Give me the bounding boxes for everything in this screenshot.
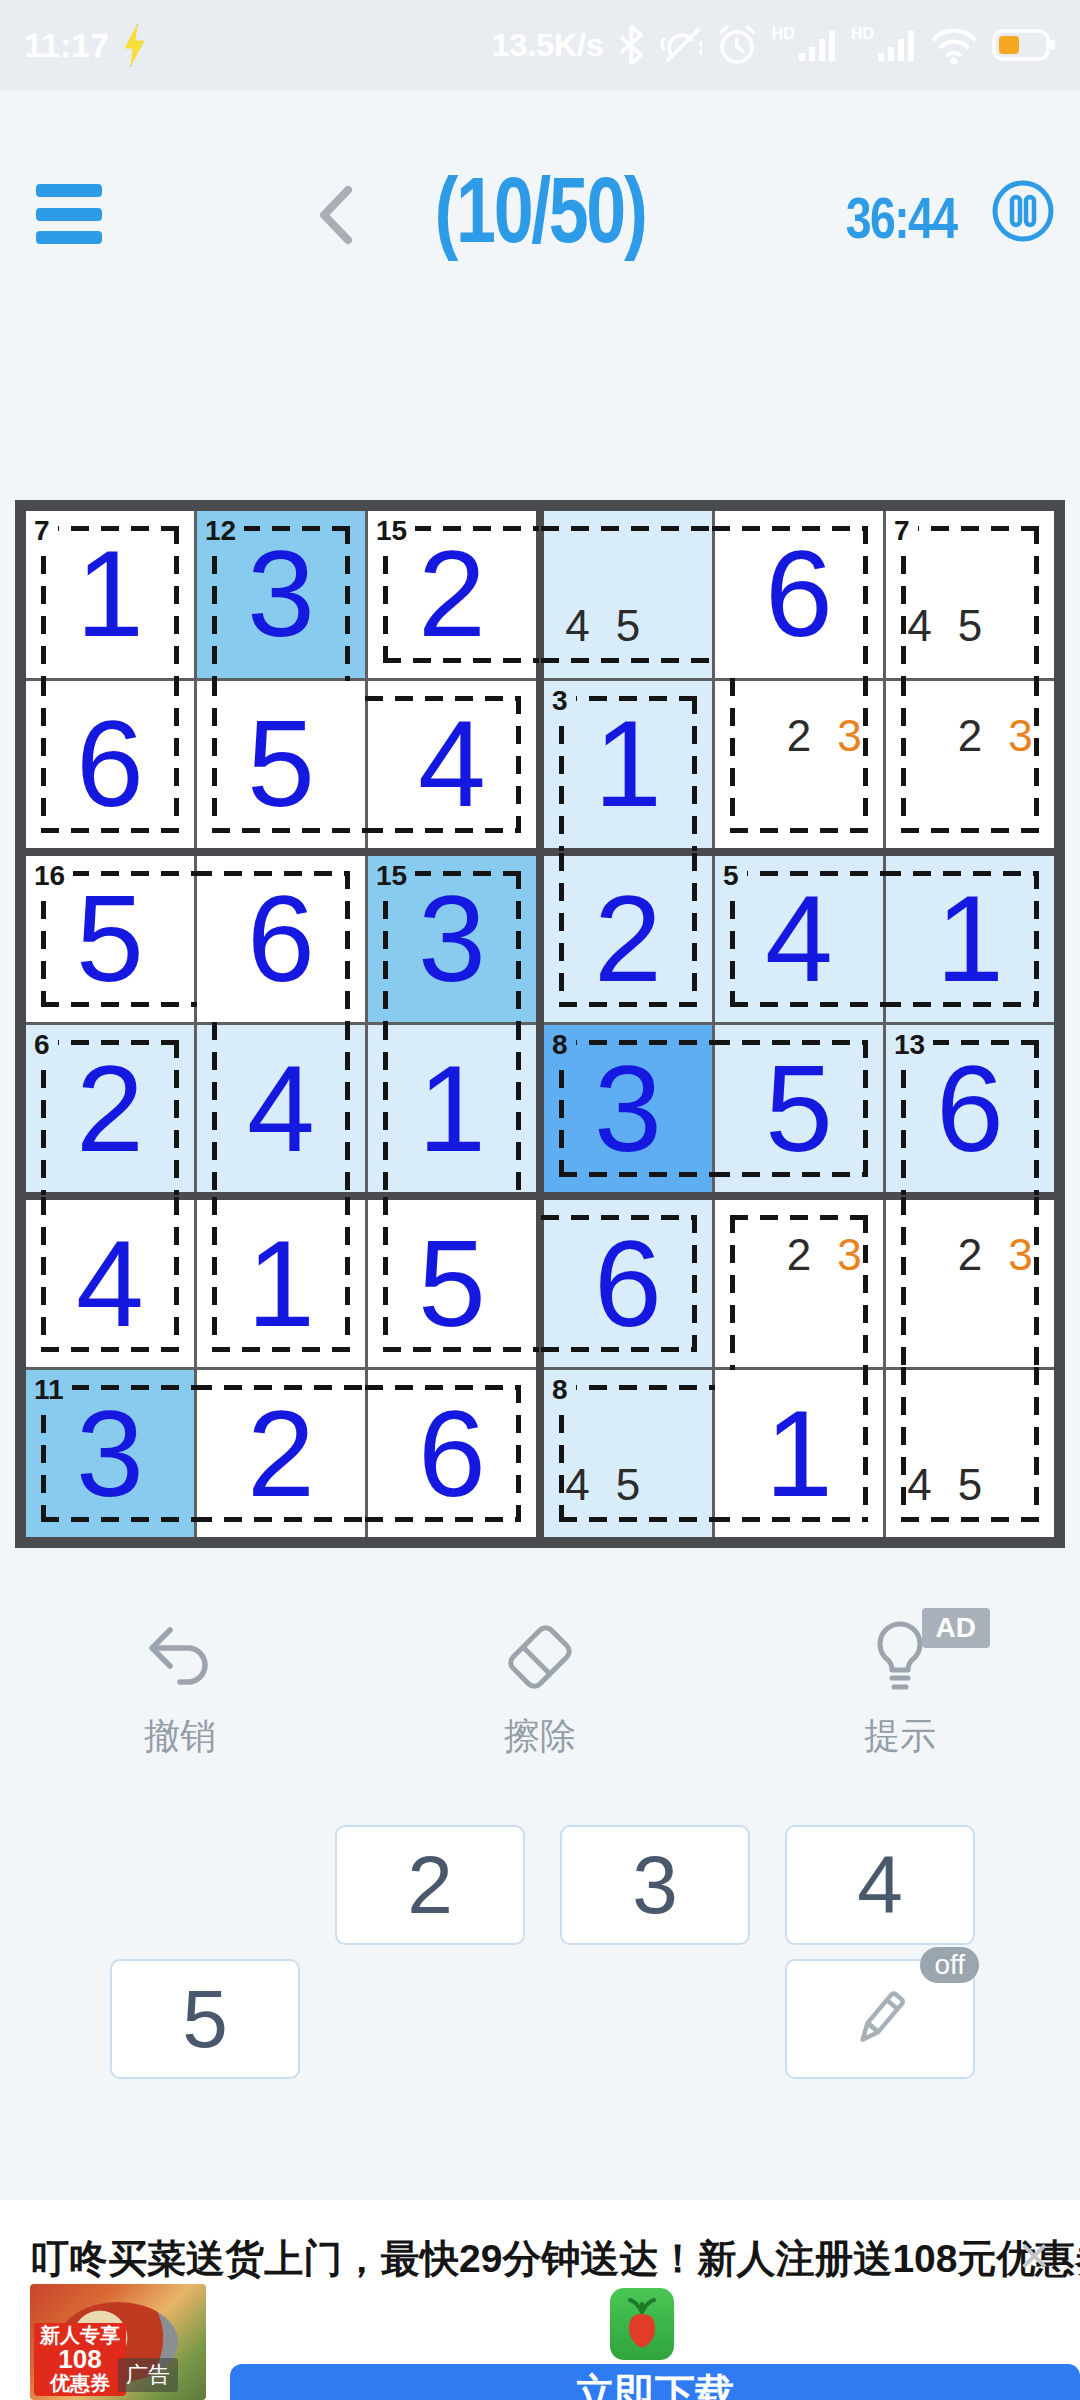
- cell-r4c5[interactable]: 5: [715, 1025, 883, 1192]
- cell-value: 5: [715, 1025, 883, 1192]
- cage-border: [712, 526, 868, 531]
- cage-sum-label: 11: [32, 1373, 72, 1407]
- cage-border: [883, 1002, 1039, 1007]
- cage-border: [345, 526, 350, 681]
- ad-coupon-badge: 新人专享 108 优惠券: [34, 2323, 126, 2396]
- undo-label: 撤销: [144, 1712, 216, 1761]
- cage-border: [383, 658, 539, 663]
- cage-border: [541, 526, 715, 531]
- cell-r3c2[interactable]: 6: [197, 856, 365, 1023]
- cell-r4c2[interactable]: 4: [197, 1025, 365, 1192]
- cage-sum-label: 13: [892, 1028, 933, 1062]
- pause-button[interactable]: [990, 178, 1056, 244]
- battery-icon: [992, 27, 1056, 63]
- game-header: (10/50) 36:44: [0, 150, 1080, 280]
- cage-border: [365, 828, 521, 833]
- cage-border: [1034, 1040, 1039, 1195]
- cell-r2c6[interactable]: 23: [886, 681, 1054, 848]
- cage-border: [901, 678, 906, 833]
- cage-sum-label: 16: [32, 859, 73, 893]
- cell-value: 4: [368, 681, 536, 848]
- status-time: 11:17: [24, 26, 109, 65]
- cell-r4c1[interactable]: 62: [26, 1025, 194, 1192]
- cage-border: [712, 1040, 868, 1045]
- cage-border: [41, 828, 179, 833]
- cage-border: [194, 871, 350, 876]
- ad-close-icon[interactable]: ×: [1018, 2224, 1050, 2286]
- cage-border: [41, 526, 179, 531]
- cell-r3c1[interactable]: 165: [26, 856, 194, 1023]
- undo-icon: [140, 1618, 220, 1700]
- cage-border: [345, 871, 350, 1026]
- cell-value: 6: [197, 856, 365, 1023]
- cage-sum-label: 3: [550, 684, 576, 718]
- cell-r6c1[interactable]: 113: [26, 1370, 194, 1537]
- toolbar: 撤销 擦除 AD 提示: [0, 1618, 1080, 1768]
- cage-border: [41, 1040, 179, 1045]
- pencil-toggle-button[interactable]: off: [785, 1959, 975, 2079]
- ad-thumbnail[interactable]: 新人专享 108 优惠券 广告: [30, 2284, 206, 2400]
- ad-headline: 叮咚买菜送货上门，最快29分钟送达！新人注册送108元优惠券: [30, 2232, 980, 2286]
- pencil-mark: 2: [958, 711, 982, 761]
- ad-download-label: 立即下载: [575, 2366, 735, 2400]
- network-speed: 13.5K/s: [492, 27, 604, 64]
- cage-border: [41, 1197, 46, 1352]
- cage-sum-label: 7: [892, 514, 918, 548]
- pencil-mark: 4: [907, 1460, 931, 1510]
- erase-label: 擦除: [504, 1712, 576, 1761]
- cage-border: [901, 1197, 906, 1370]
- cage-border: [516, 696, 521, 833]
- pencil-off-badge: off: [920, 1947, 979, 1983]
- cage-border: [212, 1022, 217, 1195]
- cage-border: [712, 1517, 868, 1522]
- cell-r4c3[interactable]: 1: [368, 1025, 536, 1192]
- pencil-mark: 4: [907, 601, 931, 651]
- cage-sum-label: 6: [32, 1028, 58, 1062]
- cage-border: [559, 853, 564, 1008]
- cage-sum-label: 8: [550, 1028, 576, 1062]
- cage-border: [383, 1022, 388, 1195]
- cage-border: [901, 1517, 1039, 1522]
- digit-button-3[interactable]: 3: [560, 1825, 750, 1945]
- cage-border: [901, 1040, 906, 1195]
- cell-value: 4: [197, 1025, 365, 1192]
- bluetooth-icon: [618, 24, 644, 66]
- cage-border: [559, 1040, 715, 1045]
- status-bar: 11:17 13.5K/s HD HD: [0, 0, 1080, 90]
- pencil-mark: 4: [565, 601, 589, 651]
- cage-border: [692, 696, 697, 851]
- cell-r6c5[interactable]: 1: [715, 1370, 883, 1537]
- cell-r5c3[interactable]: 5: [368, 1200, 536, 1367]
- cell-value: 4: [26, 1200, 194, 1367]
- cell-value: 6: [544, 1200, 712, 1367]
- cage-border: [863, 1040, 868, 1177]
- cage-border: [730, 828, 868, 833]
- pencil-mark: 4: [565, 1460, 589, 1510]
- pencil-mark: 5: [958, 1460, 982, 1510]
- cage-border: [516, 871, 521, 1026]
- digit-button-4[interactable]: 4: [785, 1825, 975, 1945]
- mute-bell-icon: [658, 24, 702, 66]
- cage-border: [345, 1197, 350, 1352]
- cage-sum-label: 7: [32, 514, 58, 548]
- cage-border: [712, 1172, 868, 1177]
- cell-r4c6[interactable]: 136: [886, 1025, 1054, 1192]
- cage-border: [692, 1215, 697, 1352]
- cell-value: 5: [368, 1200, 536, 1367]
- board-box-3: 16561536241: [26, 856, 536, 1193]
- cage-border: [1034, 1367, 1039, 1522]
- app-screen: 11:17 13.5K/s HD HD: [0, 0, 1080, 2400]
- erase-button[interactable]: 擦除: [360, 1618, 720, 1768]
- cage-border: [41, 1040, 46, 1195]
- cell-r1c1[interactable]: 71: [26, 511, 194, 678]
- cell-value: 1: [368, 1025, 536, 1192]
- cage-sum-label: 15: [374, 859, 415, 893]
- charging-bolt-icon: [119, 23, 149, 67]
- cage-border: [212, 828, 368, 833]
- cage-border: [383, 1197, 388, 1352]
- cage-border: [559, 696, 564, 851]
- cage-sum-label: 12: [203, 514, 244, 548]
- cell-r3c5[interactable]: 54: [715, 856, 883, 1023]
- cage-border: [559, 1002, 697, 1007]
- cell-r5c2[interactable]: 1: [197, 1200, 365, 1367]
- cage-border: [174, 678, 179, 833]
- ad-banner: 叮咚买菜送货上门，最快29分钟送达！新人注册送108元优惠券 × 新人专享 10…: [0, 2200, 1080, 2400]
- cell-value: 2: [197, 1370, 365, 1537]
- pencil-mark: 2: [787, 711, 811, 761]
- cell-value: 6: [26, 681, 194, 848]
- cell-value: 6: [715, 511, 883, 678]
- cell-r3c4[interactable]: 2: [544, 856, 712, 1023]
- cage-border: [516, 1385, 521, 1522]
- cage-border: [559, 696, 697, 701]
- pencil-mark: 2: [787, 1230, 811, 1280]
- cage-border: [730, 1215, 868, 1220]
- cage-border: [730, 871, 886, 876]
- ad-label: 广告: [118, 2358, 178, 2392]
- board-box-2: 456745312323: [544, 511, 1054, 848]
- cage-border: [541, 658, 715, 663]
- cell-r1c4[interactable]: 45: [544, 511, 712, 678]
- cage-border: [174, 1040, 179, 1195]
- cell-r6c6[interactable]: 45: [886, 1370, 1054, 1537]
- cell-r5c1[interactable]: 4: [26, 1200, 194, 1367]
- cage-border: [365, 696, 521, 701]
- cage-border: [901, 828, 1039, 833]
- cell-value: 1: [197, 1200, 365, 1367]
- cell-value: 1: [715, 1370, 883, 1537]
- cell-r5c4[interactable]: 6: [544, 1200, 712, 1367]
- cage-border: [194, 1385, 368, 1390]
- cage-border: [41, 1347, 179, 1352]
- cell-value: 1: [886, 856, 1054, 1023]
- cage-border: [174, 526, 179, 681]
- cell-r2c1[interactable]: 6: [26, 681, 194, 848]
- cell-r4c4[interactable]: 83: [544, 1025, 712, 1192]
- cage-sum-label: 15: [374, 514, 415, 548]
- cage-border: [41, 1002, 197, 1007]
- cage-border: [730, 1215, 735, 1370]
- cage-border: [730, 1002, 886, 1007]
- cage-border: [541, 1215, 697, 1220]
- game-timer: 36:44: [845, 184, 956, 251]
- cage-border: [901, 1367, 906, 1522]
- number-pad: 2345off: [110, 1825, 990, 2079]
- pencil-mark: 5: [616, 601, 640, 651]
- cage-border: [1034, 1197, 1039, 1370]
- hint-label: 提示: [864, 1712, 936, 1761]
- cage-border: [901, 526, 1039, 531]
- cage-border: [212, 678, 217, 833]
- board-box-4: 2541835136: [544, 856, 1054, 1193]
- cell-r3c3[interactable]: 153: [368, 856, 536, 1023]
- cage-border: [365, 1517, 521, 1522]
- cage-border: [41, 526, 46, 681]
- cage-border: [541, 1347, 697, 1352]
- cage-border: [863, 1215, 868, 1370]
- level-progress: (10/50): [119, 158, 961, 263]
- cell-r1c2[interactable]: 123: [197, 511, 365, 678]
- cell-r2c3[interactable]: 4: [368, 681, 536, 848]
- cell-r1c3[interactable]: 152: [368, 511, 536, 678]
- cage-border: [516, 1022, 521, 1195]
- pencil-mark: 5: [616, 1460, 640, 1510]
- cell-r1c6[interactable]: 745: [886, 511, 1054, 678]
- cell-r6c3[interactable]: 6: [368, 1370, 536, 1537]
- cage-border: [1034, 526, 1039, 681]
- cell-r5c6[interactable]: 23: [886, 1200, 1054, 1367]
- sudoku-board: 7112315265445674531232316561536241254183…: [15, 500, 1065, 1548]
- cage-border: [692, 853, 697, 1008]
- pencil-mark: 5: [958, 601, 982, 651]
- pencil-mark: 3: [837, 1230, 861, 1280]
- cage-border: [863, 1367, 868, 1522]
- eraser-icon: [500, 1618, 580, 1700]
- cage-border: [559, 1172, 715, 1177]
- board-box-1: 71123152654: [26, 511, 536, 848]
- hint-button[interactable]: AD 提示: [720, 1618, 1080, 1768]
- cage-border: [194, 1517, 368, 1522]
- cage-border: [1034, 871, 1039, 1008]
- cage-border: [1034, 678, 1039, 833]
- cage-border: [863, 678, 868, 833]
- ad-app-icon[interactable]: [610, 2288, 674, 2360]
- cell-r6c2[interactable]: 2: [197, 1370, 365, 1537]
- cage-border: [730, 678, 735, 833]
- cage-border: [174, 1197, 179, 1352]
- menu-button[interactable]: [36, 184, 102, 244]
- cage-border: [345, 1022, 350, 1195]
- pencil-mark: 3: [1008, 1230, 1032, 1280]
- cage-border: [212, 1347, 350, 1352]
- cage-border: [883, 871, 1039, 876]
- cage-border: [365, 1385, 521, 1390]
- board-box-6: 62323845145: [544, 1200, 1054, 1537]
- cell-r2c4[interactable]: 31: [544, 681, 712, 848]
- cage-border: [559, 1385, 715, 1390]
- cage-sum-label: 5: [721, 859, 747, 893]
- digit-button-2[interactable]: 2: [335, 1825, 525, 1945]
- hint-ad-badge: AD: [922, 1608, 990, 1648]
- wifi-icon: [930, 25, 978, 65]
- cell-r2c5[interactable]: 23: [715, 681, 883, 848]
- pencil-mark: 2: [958, 1230, 982, 1280]
- cage-border: [559, 1517, 715, 1522]
- pencil-mark: 3: [1008, 711, 1032, 761]
- cage-border: [901, 526, 906, 681]
- cell-r3c6[interactable]: 1: [886, 856, 1054, 1023]
- alarm-clock-icon: [716, 24, 758, 66]
- cage-border: [41, 678, 46, 833]
- cell-value: 6: [368, 1370, 536, 1537]
- signal-sim1-icon: HD: [772, 25, 837, 65]
- cage-border: [383, 1347, 539, 1352]
- pencil-mark: 3: [837, 711, 861, 761]
- cage-border: [212, 1197, 217, 1352]
- cage-border: [383, 871, 388, 1026]
- cell-value: 5: [197, 681, 365, 848]
- cell-r5c5[interactable]: 23: [715, 1200, 883, 1367]
- cell-r6c4[interactable]: 845: [544, 1370, 712, 1537]
- cell-value: 2: [544, 856, 712, 1023]
- digit-button-5[interactable]: 5: [110, 1959, 300, 2079]
- undo-button[interactable]: 撤销: [0, 1618, 360, 1768]
- cage-border: [212, 526, 217, 681]
- cage-border: [863, 526, 868, 681]
- cage-sum-label: 8: [550, 1373, 576, 1407]
- cage-border: [41, 1517, 197, 1522]
- signal-sim2-icon: HD: [851, 25, 916, 65]
- cell-r2c2[interactable]: 5: [197, 681, 365, 848]
- cell-r1c5[interactable]: 6: [715, 511, 883, 678]
- board-box-5: 41511326: [26, 1200, 536, 1537]
- ad-download-button[interactable]: 立即下载: [230, 2364, 1080, 2400]
